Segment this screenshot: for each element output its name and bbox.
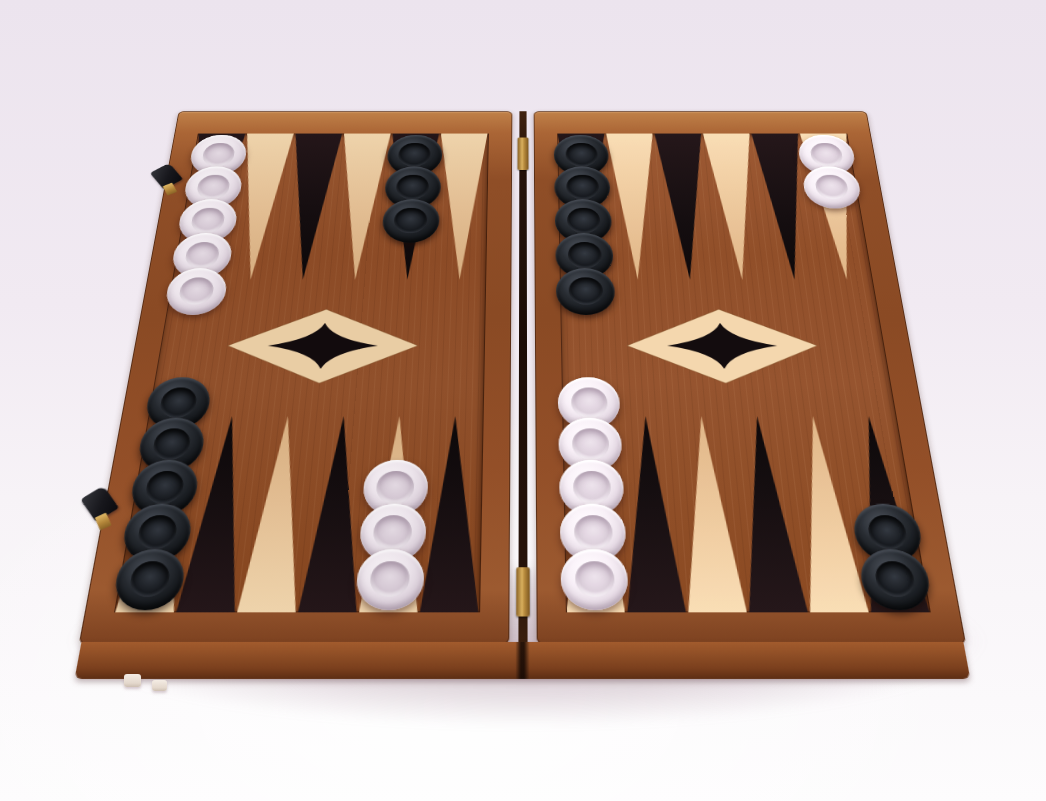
checker-white-point-24[interactable] bbox=[801, 167, 863, 209]
hinge-bottom bbox=[516, 567, 530, 616]
point-19[interactable] bbox=[557, 134, 612, 280]
hinge-top bbox=[517, 138, 528, 170]
diamond-inlay-graphic bbox=[626, 309, 823, 383]
board-front-edge bbox=[75, 642, 971, 679]
board-left-half bbox=[79, 111, 512, 644]
point-6[interactable] bbox=[562, 416, 626, 612]
left-bottom-quadrant bbox=[114, 416, 483, 612]
right-diamond-inlay bbox=[626, 309, 823, 383]
left-playing-field bbox=[114, 134, 488, 613]
board-foot bbox=[152, 680, 167, 691]
left-diamond-inlay bbox=[222, 309, 419, 383]
checker-white-point-6[interactable] bbox=[561, 549, 630, 610]
hinge-gap bbox=[518, 111, 527, 644]
right-top-quadrant bbox=[557, 134, 873, 280]
point-7[interactable] bbox=[419, 416, 484, 612]
diamond-inlay-graphic bbox=[222, 309, 419, 383]
left-top-quadrant bbox=[172, 134, 488, 280]
right-playing-field bbox=[557, 134, 931, 613]
photo-backdrop bbox=[0, 0, 1046, 801]
right-bottom-quadrant bbox=[562, 416, 931, 612]
checker-black-point-1[interactable] bbox=[857, 549, 934, 610]
checker-white-point-13[interactable] bbox=[163, 268, 229, 315]
checker-white-point-8[interactable] bbox=[354, 549, 424, 610]
checker-black-point-19[interactable] bbox=[556, 268, 616, 315]
backgammon-board bbox=[79, 111, 966, 644]
checker-black-point-17[interactable] bbox=[381, 199, 440, 242]
point-17[interactable] bbox=[381, 134, 440, 280]
board-foot bbox=[124, 674, 141, 687]
board-right-half bbox=[533, 111, 966, 644]
